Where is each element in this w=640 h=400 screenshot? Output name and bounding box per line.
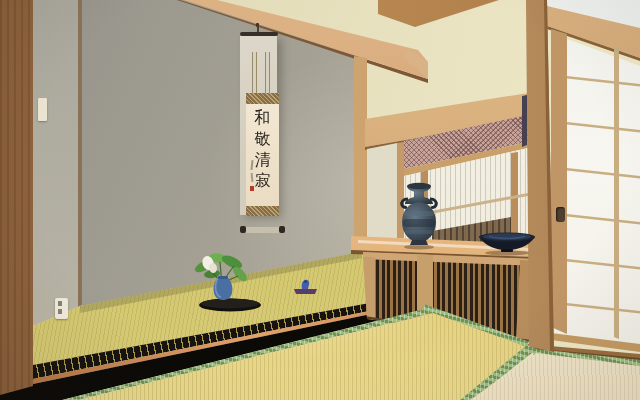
photo-vignette bbox=[0, 0, 640, 400]
room-photo: 和 敬 清 寂 bbox=[0, 0, 640, 400]
